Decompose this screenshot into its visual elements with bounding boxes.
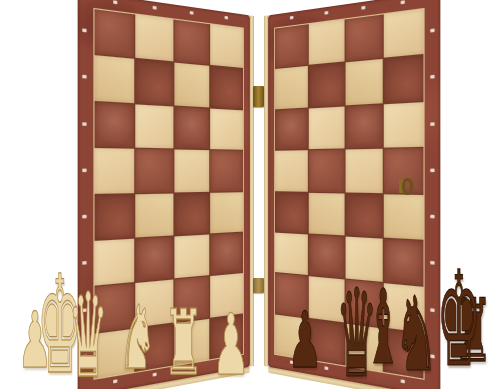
coordinate-marker [225, 360, 229, 364]
coordinate-marker [82, 122, 87, 126]
coordinate-marker [324, 366, 328, 370]
board-square [95, 283, 135, 332]
board-square [384, 328, 424, 378]
board-square [309, 318, 344, 365]
board-square [309, 192, 344, 235]
board-left-panel [78, 0, 254, 389]
board-square [309, 63, 344, 107]
coordinate-marker [430, 168, 435, 171]
board-square [95, 9, 135, 58]
board-square [95, 194, 135, 240]
brass-clasp-ring-icon [399, 176, 417, 198]
board-square [309, 20, 344, 66]
coordinate-marker [190, 366, 194, 370]
folding-chess-board [104, 6, 414, 382]
coordinate-marker [82, 75, 87, 79]
coordinate-marker [401, 379, 405, 383]
board-left-face [78, 0, 250, 389]
board-square [345, 15, 382, 62]
board-square [136, 15, 173, 62]
coordinate-marker [430, 75, 435, 79]
board-square [275, 314, 308, 359]
board-square [275, 66, 308, 109]
board-square [136, 323, 173, 372]
board-square [384, 194, 424, 240]
board-square [384, 9, 424, 58]
board-square [275, 150, 308, 191]
coordinate-marker [153, 6, 157, 10]
board-square [275, 192, 308, 234]
board-square [136, 149, 173, 193]
board-left-body [78, 0, 250, 389]
board-square [384, 283, 424, 332]
board-square [210, 273, 243, 317]
coordinate-marker [82, 168, 87, 171]
brass-hinge-icon [253, 86, 264, 107]
board-square [210, 314, 243, 359]
board-square [136, 104, 173, 148]
board-square [275, 273, 308, 317]
coordinate-marker [324, 11, 328, 15]
board-square [174, 276, 209, 322]
brass-hinge-icon [253, 278, 264, 293]
board-square [136, 193, 173, 237]
coordinate-marker [430, 122, 435, 126]
board-square [275, 108, 308, 150]
board-square [95, 102, 135, 148]
coordinate-marker [290, 360, 294, 364]
board-square [210, 66, 243, 109]
board-square [345, 149, 382, 193]
board-square [174, 20, 209, 66]
board-square [95, 148, 135, 193]
board-square [174, 192, 209, 235]
coordinate-marker [82, 215, 87, 219]
board-square [345, 280, 382, 327]
coordinate-marker [430, 261, 435, 265]
board-square [174, 106, 209, 149]
coordinate-marker [113, 0, 117, 4]
board-square [210, 108, 243, 150]
board-square [136, 59, 173, 105]
coordinate-marker [82, 308, 87, 312]
coordinate-marker [225, 16, 229, 20]
coordinate-marker [153, 373, 157, 377]
board-square [95, 55, 135, 102]
board-square [345, 104, 382, 148]
board-square [95, 328, 135, 378]
board-square [210, 192, 243, 234]
chess-set-product-photo: ♟♚♛♞♜♟♟♝♛♜♞♚ [0, 0, 500, 389]
board-square [309, 106, 344, 149]
coordinate-marker [113, 379, 117, 383]
board-square [174, 318, 209, 365]
coordinate-marker [190, 11, 194, 15]
board-square [345, 236, 382, 282]
board-square [210, 24, 243, 68]
coordinate-marker [430, 29, 435, 33]
hinge-edge-strip [250, 15, 254, 366]
coordinate-marker [82, 354, 87, 358]
coordinate-marker [430, 215, 435, 219]
clasp-ring [402, 178, 413, 195]
board-square [136, 236, 173, 282]
board-square [275, 232, 308, 275]
board-square [345, 323, 382, 372]
board-square [275, 24, 308, 68]
coordinate-marker [430, 308, 435, 312]
board-square [95, 239, 135, 286]
board-square [384, 102, 424, 148]
coordinate-marker [290, 16, 294, 20]
board-square [345, 193, 382, 237]
board-square [309, 234, 344, 278]
coordinate-marker [82, 29, 87, 33]
board-square [309, 150, 344, 192]
coordinate-marker [361, 373, 365, 377]
coordinate-marker [430, 354, 435, 358]
board-square [210, 150, 243, 191]
coordinate-marker [361, 6, 365, 10]
board-square [309, 276, 344, 322]
coordinate-marker [82, 261, 87, 265]
board-square [210, 232, 243, 275]
checkerboard-left [93, 8, 243, 380]
board-square [174, 150, 209, 192]
board-square [174, 234, 209, 278]
board-square [136, 280, 173, 327]
board-square [384, 239, 424, 286]
board-square [384, 55, 424, 102]
coordinate-marker [401, 0, 405, 4]
board-square [174, 63, 209, 107]
board-square [345, 59, 382, 105]
